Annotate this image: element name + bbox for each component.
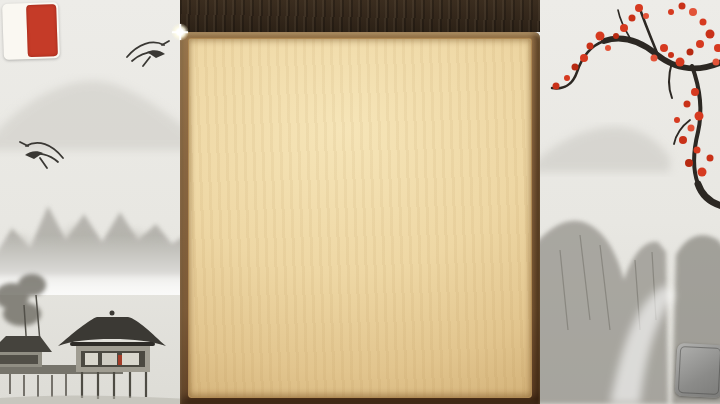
board-face[interactable] — [188, 38, 532, 398]
app-screen — [0, 0, 720, 404]
pawn-stone-emblem — [675, 343, 720, 398]
plum-branch — [552, 6, 720, 207]
logo-text-xiangqi — [4, 5, 28, 58]
app-logo-seal — [2, 2, 60, 60]
board-frame — [180, 32, 540, 404]
right-decor-panel — [540, 0, 720, 404]
highlight-sparkle — [171, 23, 189, 41]
ink-painting-left — [0, 0, 180, 404]
game-area — [180, 0, 540, 404]
left-decor-panel — [0, 0, 180, 404]
header-bar — [180, 0, 540, 32]
logo-red-seal — [26, 4, 58, 57]
